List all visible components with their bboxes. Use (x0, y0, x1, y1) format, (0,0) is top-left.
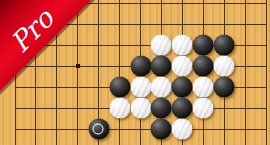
white-stone (172, 56, 193, 77)
black-stone (151, 98, 172, 119)
black-stone (172, 77, 193, 98)
white-stone (172, 35, 193, 56)
grid-line-horizontal (15, 129, 267, 130)
black-stone (130, 56, 151, 77)
grid-line-vertical (266, 0, 267, 145)
black-stone (109, 77, 130, 98)
go-app-screen: Pro (0, 0, 270, 145)
black-stone (214, 77, 235, 98)
white-stone (130, 98, 151, 119)
white-stone (193, 77, 214, 98)
black-stone (193, 35, 214, 56)
grid-line-vertical (119, 0, 120, 145)
black-stone (214, 35, 235, 56)
white-stone (109, 98, 130, 119)
grid-line-vertical (77, 0, 78, 145)
grid-line-vertical (245, 0, 246, 145)
black-stone (151, 119, 172, 140)
last-move-marker (93, 123, 104, 134)
white-stone (151, 35, 172, 56)
white-stone (130, 77, 151, 98)
white-stone (151, 77, 172, 98)
black-stone (151, 56, 172, 77)
white-stone (193, 98, 214, 119)
black-stone (172, 98, 193, 119)
white-stone (172, 119, 193, 140)
star-point (76, 64, 80, 68)
white-stone (214, 56, 235, 77)
black-stone (88, 119, 109, 140)
black-stone (193, 56, 214, 77)
